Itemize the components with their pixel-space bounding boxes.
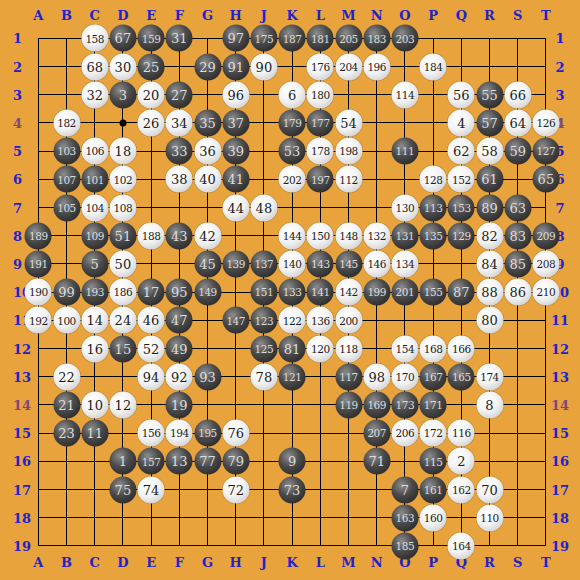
col-label-bottom: B (61, 556, 72, 569)
col-label-bottom: G (202, 556, 213, 569)
white-stone: 150 (307, 222, 334, 249)
black-stone: 1 (109, 448, 136, 475)
white-stone: 42 (194, 222, 221, 249)
white-stone: 86 (504, 279, 531, 306)
black-stone: 67 (109, 25, 136, 52)
row-label-left: 3 (13, 88, 22, 101)
col-label-bottom: S (513, 556, 522, 569)
white-stone: 140 (279, 250, 306, 277)
white-stone: 184 (420, 53, 447, 80)
white-stone: 196 (363, 53, 390, 80)
col-label-bottom: A (33, 556, 43, 569)
black-stone: 23 (53, 420, 80, 447)
white-stone: 180 (307, 81, 334, 108)
white-stone: 154 (391, 335, 418, 362)
black-stone: 175 (250, 25, 277, 52)
col-label-top: R (484, 9, 495, 22)
black-stone: 49 (166, 335, 193, 362)
white-stone: 74 (138, 476, 165, 503)
white-stone: 96 (222, 81, 249, 108)
col-label-top: T (541, 9, 551, 22)
black-stone: 191 (25, 250, 52, 277)
row-label-left: 5 (13, 145, 22, 158)
black-stone: 25 (138, 53, 165, 80)
black-stone: 183 (363, 25, 390, 52)
col-label-bottom: D (117, 556, 128, 569)
row-label-left: 17 (13, 483, 31, 496)
white-stone: 24 (109, 307, 136, 334)
white-stone: 130 (391, 194, 418, 221)
black-stone: 53 (279, 138, 306, 165)
col-label-top: L (316, 9, 325, 22)
black-stone: 29 (194, 53, 221, 80)
white-stone: 84 (476, 250, 503, 277)
white-stone: 58 (476, 138, 503, 165)
col-label-top: M (341, 9, 355, 22)
white-stone: 8 (476, 391, 503, 418)
white-stone: 102 (109, 166, 136, 193)
row-label-left: 12 (13, 342, 31, 355)
black-stone: 37 (222, 109, 249, 136)
white-stone: 18 (109, 138, 136, 165)
go-board[interactable]: AABBCCDDEEFFGGHHJJKKLLMMNNOOPPQQRRSSTT11… (0, 0, 580, 580)
white-stone: 164 (448, 532, 475, 559)
row-label-left: 15 (13, 427, 31, 440)
black-stone: 3 (109, 81, 136, 108)
row-label-right: 12 (551, 342, 569, 355)
black-stone: 125 (250, 335, 277, 362)
black-stone: 127 (532, 138, 559, 165)
black-stone: 39 (222, 138, 249, 165)
white-stone: 126 (532, 109, 559, 136)
black-stone: 7 (391, 476, 418, 503)
white-stone: 166 (448, 335, 475, 362)
white-stone: 12 (109, 391, 136, 418)
col-label-bottom: M (341, 556, 355, 569)
black-stone: 149 (194, 279, 221, 306)
row-label-left: 16 (13, 455, 31, 468)
white-stone: 20 (138, 81, 165, 108)
white-stone: 82 (476, 222, 503, 249)
white-stone: 22 (53, 363, 80, 390)
row-label-right: 13 (551, 370, 569, 383)
white-stone: 134 (391, 250, 418, 277)
black-stone: 179 (279, 109, 306, 136)
black-stone: 43 (166, 222, 193, 249)
col-label-bottom: H (230, 556, 242, 569)
row-label-left: 9 (13, 257, 22, 270)
black-stone: 51 (109, 222, 136, 249)
white-stone: 198 (335, 138, 362, 165)
black-stone: 145 (335, 250, 362, 277)
black-stone: 93 (194, 363, 221, 390)
white-stone: 132 (363, 222, 390, 249)
white-stone: 194 (166, 420, 193, 447)
row-label-left: 2 (13, 60, 22, 73)
black-stone: 147 (222, 307, 249, 334)
black-stone: 27 (166, 81, 193, 108)
black-stone: 131 (391, 222, 418, 249)
black-stone: 189 (25, 222, 52, 249)
white-stone: 146 (363, 250, 390, 277)
black-stone: 87 (448, 279, 475, 306)
black-stone: 63 (504, 194, 531, 221)
black-stone: 9 (279, 448, 306, 475)
black-stone: 95 (166, 279, 193, 306)
white-stone: 120 (307, 335, 334, 362)
white-stone: 92 (166, 363, 193, 390)
black-stone: 141 (307, 279, 334, 306)
black-stone: 15 (109, 335, 136, 362)
white-stone: 62 (448, 138, 475, 165)
white-stone: 142 (335, 279, 362, 306)
black-stone: 121 (279, 363, 306, 390)
black-stone: 171 (420, 391, 447, 418)
white-stone: 188 (138, 222, 165, 249)
col-label-top: Q (456, 9, 467, 22)
col-label-bottom: J (261, 556, 267, 569)
black-stone: 91 (222, 53, 249, 80)
black-stone: 79 (222, 448, 249, 475)
col-label-top: C (90, 9, 100, 22)
black-stone: 105 (53, 194, 80, 221)
black-stone: 5 (81, 250, 108, 277)
white-stone: 88 (476, 279, 503, 306)
white-stone: 78 (250, 363, 277, 390)
black-stone: 81 (279, 335, 306, 362)
white-stone: 54 (335, 109, 362, 136)
col-label-top: D (117, 9, 128, 22)
white-stone: 190 (25, 279, 52, 306)
row-label-left: 1 (13, 32, 22, 45)
white-stone: 110 (476, 504, 503, 531)
row-label-right: 7 (555, 201, 564, 214)
row-label-right: 2 (555, 60, 564, 73)
black-stone: 97 (222, 25, 249, 52)
black-stone: 85 (504, 250, 531, 277)
white-stone: 32 (81, 81, 108, 108)
white-stone: 26 (138, 109, 165, 136)
black-stone: 103 (53, 138, 80, 165)
col-label-top: O (399, 9, 410, 22)
black-stone: 111 (391, 138, 418, 165)
black-stone: 17 (138, 279, 165, 306)
col-label-bottom: N (371, 556, 383, 569)
white-stone: 176 (307, 53, 334, 80)
white-stone: 174 (476, 363, 503, 390)
col-label-top: G (202, 9, 213, 22)
white-stone: 14 (81, 307, 108, 334)
black-stone: 107 (53, 166, 80, 193)
row-label-left: 4 (13, 116, 22, 129)
white-stone: 30 (109, 53, 136, 80)
white-stone: 112 (335, 166, 362, 193)
black-stone: 157 (138, 448, 165, 475)
col-label-bottom: P (428, 556, 438, 569)
white-stone: 206 (391, 420, 418, 447)
black-stone: 59 (504, 138, 531, 165)
white-stone: 90 (250, 53, 277, 80)
row-label-right: 3 (555, 88, 564, 101)
col-label-bottom: R (484, 556, 495, 569)
white-stone: 208 (532, 250, 559, 277)
white-stone: 98 (363, 363, 390, 390)
col-label-top: K (286, 9, 297, 22)
white-stone: 2 (448, 448, 475, 475)
col-label-top: B (61, 9, 72, 22)
row-label-left: 14 (13, 398, 31, 411)
row-label-left: 6 (13, 173, 22, 186)
row-label-right: 15 (551, 427, 569, 440)
white-stone: 204 (335, 53, 362, 80)
col-label-bottom: T (541, 556, 551, 569)
row-label-right: 18 (551, 511, 569, 524)
black-stone: 31 (166, 25, 193, 52)
white-stone: 72 (222, 476, 249, 503)
row-label-right: 1 (555, 32, 564, 45)
black-stone: 163 (391, 504, 418, 531)
white-stone: 148 (335, 222, 362, 249)
white-stone: 202 (279, 166, 306, 193)
white-stone: 158 (81, 25, 108, 52)
black-stone: 55 (476, 81, 503, 108)
col-label-top: J (261, 9, 267, 22)
row-label-left: 13 (13, 370, 31, 383)
black-stone: 181 (307, 25, 334, 52)
black-stone: 177 (307, 109, 334, 136)
row-label-right: 11 (551, 314, 569, 327)
black-stone: 83 (504, 222, 531, 249)
white-stone: 200 (335, 307, 362, 334)
black-stone: 155 (420, 279, 447, 306)
black-stone: 21 (53, 391, 80, 418)
row-label-left: 7 (13, 201, 22, 214)
white-stone: 114 (391, 81, 418, 108)
white-stone: 168 (420, 335, 447, 362)
white-stone: 118 (335, 335, 362, 362)
white-stone: 156 (138, 420, 165, 447)
white-stone: 170 (391, 363, 418, 390)
black-stone: 113 (420, 194, 447, 221)
grid-line (38, 517, 547, 518)
white-stone: 66 (504, 81, 531, 108)
col-label-top: H (230, 9, 242, 22)
row-label-right: 16 (551, 455, 569, 468)
white-stone: 16 (81, 335, 108, 362)
white-stone: 178 (307, 138, 334, 165)
black-stone: 201 (391, 279, 418, 306)
col-label-top: E (146, 9, 156, 22)
black-stone: 137 (250, 250, 277, 277)
white-stone: 50 (109, 250, 136, 277)
black-stone: 71 (363, 448, 390, 475)
row-label-left: 19 (13, 539, 31, 552)
white-stone: 210 (532, 279, 559, 306)
black-stone: 185 (391, 532, 418, 559)
white-stone: 76 (222, 420, 249, 447)
row-label-right: 14 (551, 398, 569, 411)
col-label-bottom: C (90, 556, 100, 569)
white-stone: 108 (109, 194, 136, 221)
row-label-left: 18 (13, 511, 31, 524)
white-stone: 122 (279, 307, 306, 334)
black-stone: 35 (194, 109, 221, 136)
black-stone: 151 (250, 279, 277, 306)
white-stone: 172 (420, 420, 447, 447)
black-stone: 173 (391, 391, 418, 418)
black-stone: 205 (335, 25, 362, 52)
black-stone: 123 (250, 307, 277, 334)
hoshi-dot (119, 119, 126, 126)
black-stone: 133 (279, 279, 306, 306)
black-stone: 75 (109, 476, 136, 503)
white-stone: 104 (81, 194, 108, 221)
white-stone: 36 (194, 138, 221, 165)
white-stone: 10 (81, 391, 108, 418)
white-stone: 162 (448, 476, 475, 503)
white-stone: 46 (138, 307, 165, 334)
black-stone: 139 (222, 250, 249, 277)
black-stone: 61 (476, 166, 503, 193)
white-stone: 186 (109, 279, 136, 306)
black-stone: 129 (448, 222, 475, 249)
black-stone: 169 (363, 391, 390, 418)
col-label-bottom: F (175, 556, 184, 569)
black-stone: 109 (81, 222, 108, 249)
white-stone: 192 (25, 307, 52, 334)
black-stone: 159 (138, 25, 165, 52)
white-stone: 100 (53, 307, 80, 334)
row-label-right: 19 (551, 539, 569, 552)
white-stone: 136 (307, 307, 334, 334)
col-label-bottom: L (316, 556, 325, 569)
black-stone: 135 (420, 222, 447, 249)
white-stone: 38 (166, 166, 193, 193)
white-stone: 4 (448, 109, 475, 136)
black-stone: 77 (194, 448, 221, 475)
black-stone: 119 (335, 391, 362, 418)
row-label-right: 17 (551, 483, 569, 496)
black-stone: 99 (53, 279, 80, 306)
white-stone: 70 (476, 476, 503, 503)
col-label-top: S (513, 9, 522, 22)
black-stone: 153 (448, 194, 475, 221)
white-stone: 128 (420, 166, 447, 193)
black-stone: 47 (166, 307, 193, 334)
white-stone: 94 (138, 363, 165, 390)
white-stone: 6 (279, 81, 306, 108)
black-stone: 197 (307, 166, 334, 193)
black-stone: 193 (81, 279, 108, 306)
black-stone: 45 (194, 250, 221, 277)
row-label-left: 8 (13, 229, 22, 242)
white-stone: 34 (166, 109, 193, 136)
col-label-top: A (33, 9, 43, 22)
black-stone: 187 (279, 25, 306, 52)
white-stone: 64 (504, 109, 531, 136)
white-stone: 40 (194, 166, 221, 193)
black-stone: 117 (335, 363, 362, 390)
black-stone: 207 (363, 420, 390, 447)
black-stone: 143 (307, 250, 334, 277)
col-label-top: P (428, 9, 438, 22)
white-stone: 52 (138, 335, 165, 362)
black-stone: 89 (476, 194, 503, 221)
black-stone: 161 (420, 476, 447, 503)
black-stone: 209 (532, 222, 559, 249)
white-stone: 80 (476, 307, 503, 334)
black-stone: 11 (81, 420, 108, 447)
black-stone: 167 (420, 363, 447, 390)
white-stone: 48 (250, 194, 277, 221)
white-stone: 68 (81, 53, 108, 80)
black-stone: 115 (420, 448, 447, 475)
black-stone: 199 (363, 279, 390, 306)
black-stone: 195 (194, 420, 221, 447)
black-stone: 65 (532, 166, 559, 193)
white-stone: 44 (222, 194, 249, 221)
col-label-bottom: K (286, 556, 297, 569)
black-stone: 101 (81, 166, 108, 193)
black-stone: 13 (166, 448, 193, 475)
black-stone: 165 (448, 363, 475, 390)
white-stone: 106 (81, 138, 108, 165)
black-stone: 33 (166, 138, 193, 165)
white-stone: 182 (53, 109, 80, 136)
col-label-top: F (175, 9, 184, 22)
black-stone: 73 (279, 476, 306, 503)
col-label-bottom: E (146, 556, 156, 569)
white-stone: 56 (448, 81, 475, 108)
white-stone: 144 (279, 222, 306, 249)
black-stone: 19 (166, 391, 193, 418)
white-stone: 160 (420, 504, 447, 531)
black-stone: 57 (476, 109, 503, 136)
black-stone: 203 (391, 25, 418, 52)
white-stone: 152 (448, 166, 475, 193)
black-stone: 41 (222, 166, 249, 193)
col-label-top: N (371, 9, 383, 22)
white-stone: 116 (448, 420, 475, 447)
